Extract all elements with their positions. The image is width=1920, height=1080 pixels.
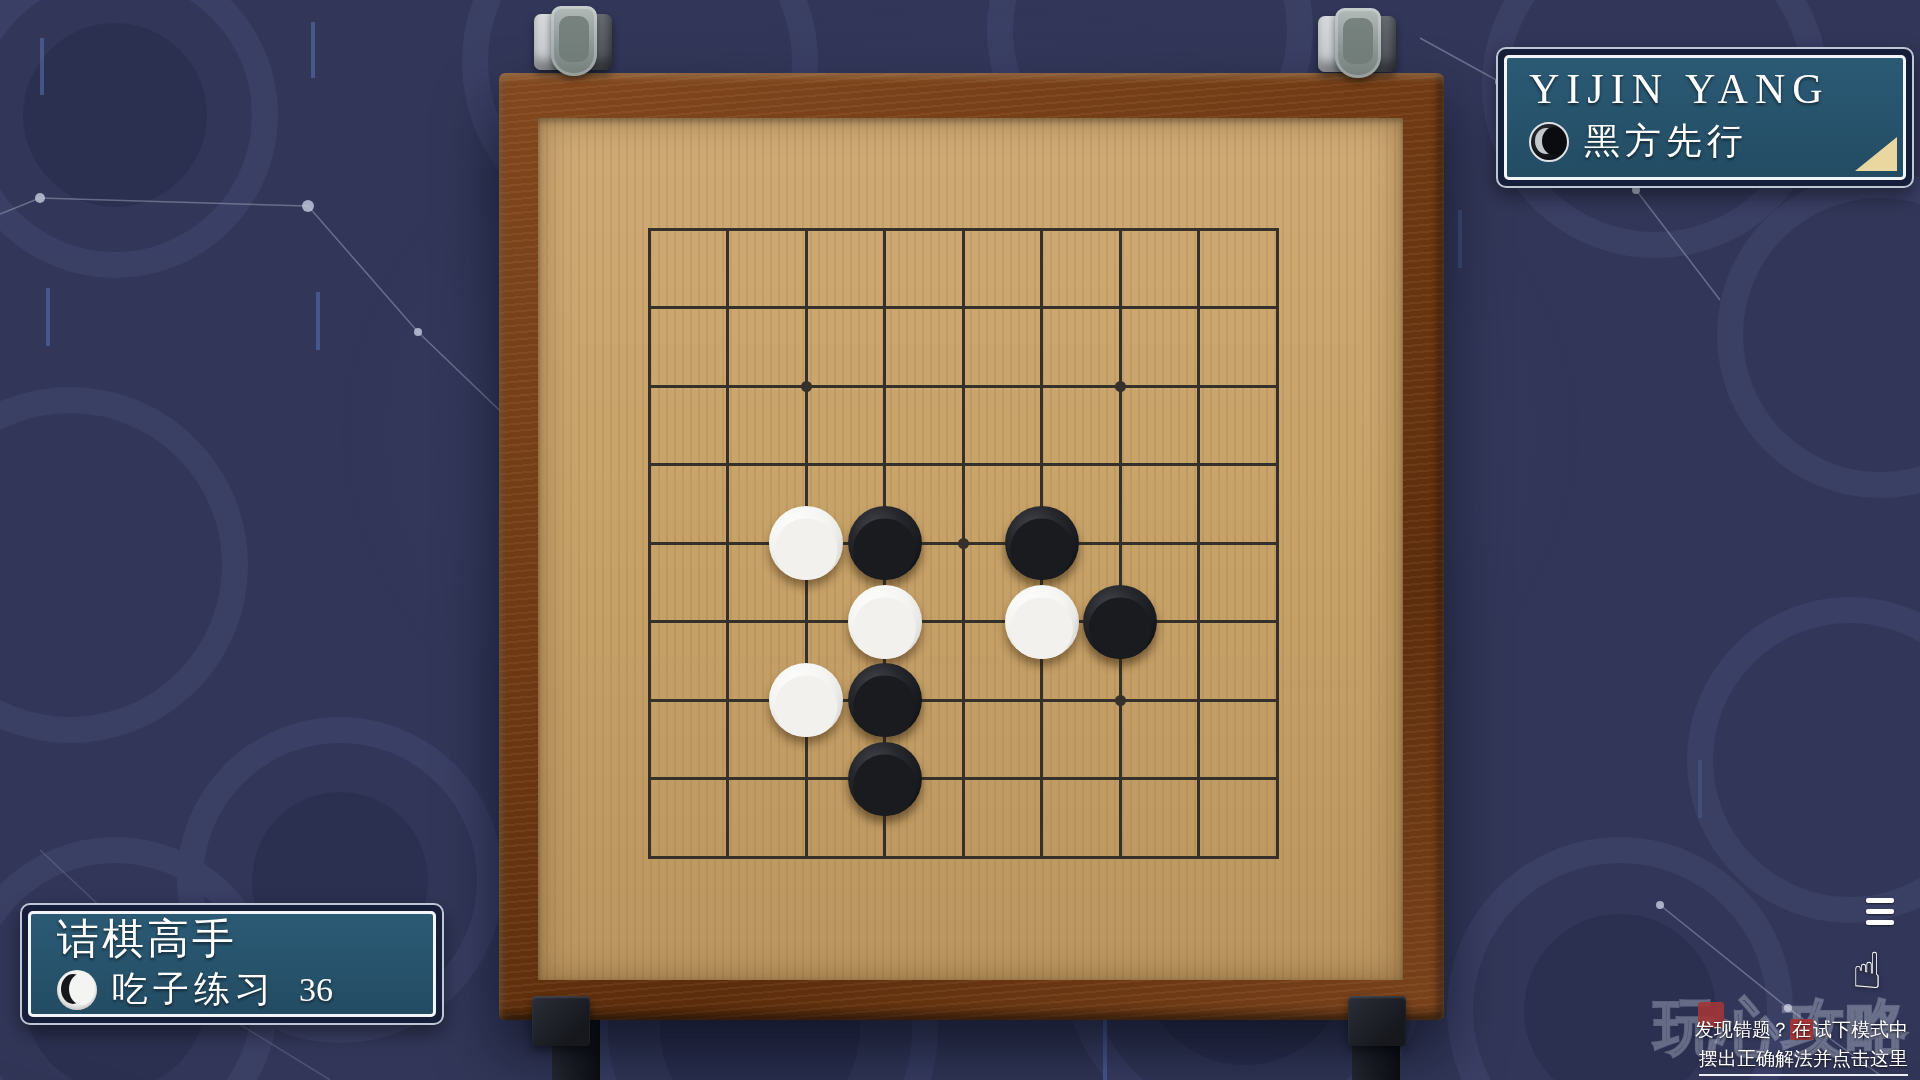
menu-bar [1866,909,1894,914]
white-stone-glyph: ● [1006,585,1078,659]
board-intersection[interactable] [1238,425,1317,504]
black-stone-glyph: ● [849,742,921,816]
board-intersection[interactable] [1081,504,1160,583]
board-intersection[interactable] [688,818,767,897]
board-intersection[interactable]: ● [1002,504,1081,583]
board-intersection[interactable] [1002,818,1081,897]
board-intersection[interactable] [688,582,767,661]
game-screen: ●●●●●●●●● YIJIN YANG 黑方先行 诘棋高手 [0,0,1920,1080]
help-line1-post: 试下模式中 [1813,1019,1908,1040]
black-stone-glyph: ● [849,506,921,580]
board-intersection[interactable] [1081,661,1160,740]
board-intersection[interactable] [610,661,689,740]
puzzle-panel-inner: 诘棋高手 吃子练习 36 [28,911,436,1017]
board-intersection[interactable] [1238,739,1317,818]
black-stone-icon [1529,122,1569,162]
hand-cursor-icon: ☝ [1852,942,1882,1000]
board-intersection[interactable] [767,190,846,269]
board-intersection[interactable] [610,582,689,661]
board-intersection[interactable] [688,425,767,504]
menu-bar [1866,898,1894,903]
board-intersection[interactable] [610,818,689,897]
white-stone-glyph: ● [770,506,842,580]
white-stone: ● [848,585,922,659]
board-intersection[interactable] [1002,739,1081,818]
board-intersection[interactable] [845,190,924,269]
board-intersection[interactable] [924,739,1003,818]
board-intersection[interactable] [1238,661,1317,740]
puzzle-category-label: 吃子练习 [112,965,276,1014]
board-intersection[interactable]: ● [845,739,924,818]
help-line1-red: 在 [1790,1019,1813,1040]
board-intersection[interactable] [1238,582,1317,661]
stone-crescent [61,974,85,1004]
board-intersection[interactable] [1002,661,1081,740]
board-intersection[interactable] [688,739,767,818]
white-stone-glyph: ● [849,585,921,659]
board-intersection[interactable] [924,190,1003,269]
board-intersection[interactable] [1238,818,1317,897]
board-surface: ●●●●●●●●● [538,118,1403,980]
board-intersection[interactable] [767,739,846,818]
board-intersection[interactable] [1159,268,1238,347]
board-intersection[interactable] [767,818,846,897]
puzzle-panel: 诘棋高手 吃子练习 36 [20,903,444,1025]
white-stone-glyph: ● [770,663,842,737]
board-intersection[interactable] [924,347,1003,426]
white-stone-icon [57,970,97,1010]
board-intersection[interactable] [924,504,1003,583]
board-intersection[interactable] [688,504,767,583]
board-frame: ●●●●●●●●● [499,73,1444,1020]
black-stone: ● [1005,506,1079,580]
board-intersection[interactable] [1081,347,1160,426]
puzzle-number: 36 [299,971,333,1009]
board-intersection[interactable] [1081,818,1160,897]
go-board[interactable]: ●●●●●●●●● [610,190,1317,897]
board-intersection[interactable] [610,739,689,818]
board-intersection[interactable] [924,425,1003,504]
board-intersection[interactable] [845,268,924,347]
panel-corner-triangle [1855,137,1897,171]
board-intersection[interactable] [688,190,767,269]
report-error-link[interactable]: 摆出正确解法并点击这里 [1699,1044,1908,1076]
clamp-pad [551,6,597,76]
board-intersection[interactable] [1159,347,1238,426]
black-stone-glyph: ● [849,663,921,737]
board-intersection[interactable] [1081,268,1160,347]
board-intersection[interactable] [924,582,1003,661]
board-intersection[interactable] [688,661,767,740]
board-intersection[interactable] [767,347,846,426]
board-intersection[interactable] [767,582,846,661]
board-intersection[interactable] [1159,425,1238,504]
board-intersection[interactable] [610,190,689,269]
board-intersection[interactable] [1238,190,1317,269]
board-intersection[interactable] [610,425,689,504]
black-stone: ● [848,742,922,816]
white-stone: ● [1005,585,1079,659]
board-intersection[interactable] [1238,504,1317,583]
board-intersection[interactable] [688,347,767,426]
board-intersection[interactable] [610,504,689,583]
board-intersection[interactable] [1081,190,1160,269]
board-intersection[interactable] [767,425,846,504]
error-report-help: 发现错题？在试下模式中 摆出正确解法并点击这里 [1695,1015,1908,1076]
player-panel-inner: YIJIN YANG 黑方先行 [1504,55,1906,180]
clamp-pad [1335,8,1381,78]
board-intersection[interactable] [1238,347,1317,426]
black-stone-glyph: ● [1084,585,1156,659]
black-stone: ● [1083,585,1157,659]
white-stone: ● [769,506,843,580]
menu-bar [1866,920,1894,925]
board-intersection[interactable] [1159,739,1238,818]
board-intersection[interactable]: ● [845,582,924,661]
board-intersection[interactable] [1159,190,1238,269]
board-intersection[interactable] [845,425,924,504]
board-intersection[interactable] [1002,268,1081,347]
stone-highlight [1535,128,1557,154]
board-intersection[interactable]: ● [1081,582,1160,661]
board-intersection[interactable] [1159,818,1238,897]
board-intersection[interactable] [924,818,1003,897]
board-intersection[interactable] [1238,268,1317,347]
black-stone-glyph: ● [1006,506,1078,580]
player-panel: YIJIN YANG 黑方先行 [1496,47,1914,188]
board-intersection[interactable] [845,818,924,897]
board-intersection[interactable]: ● [845,504,924,583]
turn-status-label: 黑方先行 [1584,117,1748,166]
black-stone: ● [848,506,922,580]
board-intersection[interactable] [1002,425,1081,504]
board-intersection[interactable] [1081,425,1160,504]
board-intersection[interactable] [924,661,1003,740]
board-intersection[interactable] [1159,504,1238,583]
board-intersection[interactable] [1002,190,1081,269]
help-line1-pre: 发现错题？ [1695,1019,1790,1040]
help-line-1: 发现错题？在试下模式中 [1695,1015,1908,1044]
board-intersection[interactable]: ● [1002,582,1081,661]
board-intersection[interactable] [767,268,846,347]
board-intersection[interactable] [688,268,767,347]
board-intersection[interactable] [610,268,689,347]
puzzle-mode-title: 诘棋高手 [57,915,421,963]
board-intersection[interactable]: ● [767,661,846,740]
board-intersection[interactable]: ● [845,661,924,740]
stand-bracket-left [532,996,590,1046]
player-name: YIJIN YANG [1529,64,1891,114]
board-intersection[interactable] [610,347,689,426]
white-stone: ● [769,663,843,737]
board-intersection[interactable]: ● [767,504,846,583]
board-intersection[interactable] [845,347,924,426]
board-intersection[interactable] [1159,661,1238,740]
board-intersection[interactable] [1081,739,1160,818]
board-intersection[interactable] [1159,582,1238,661]
stand-bracket-right [1348,996,1406,1046]
hamburger-menu-icon[interactable] [1866,898,1894,925]
board-intersection[interactable] [1002,347,1081,426]
black-stone: ● [848,663,922,737]
board-intersection[interactable] [924,268,1003,347]
